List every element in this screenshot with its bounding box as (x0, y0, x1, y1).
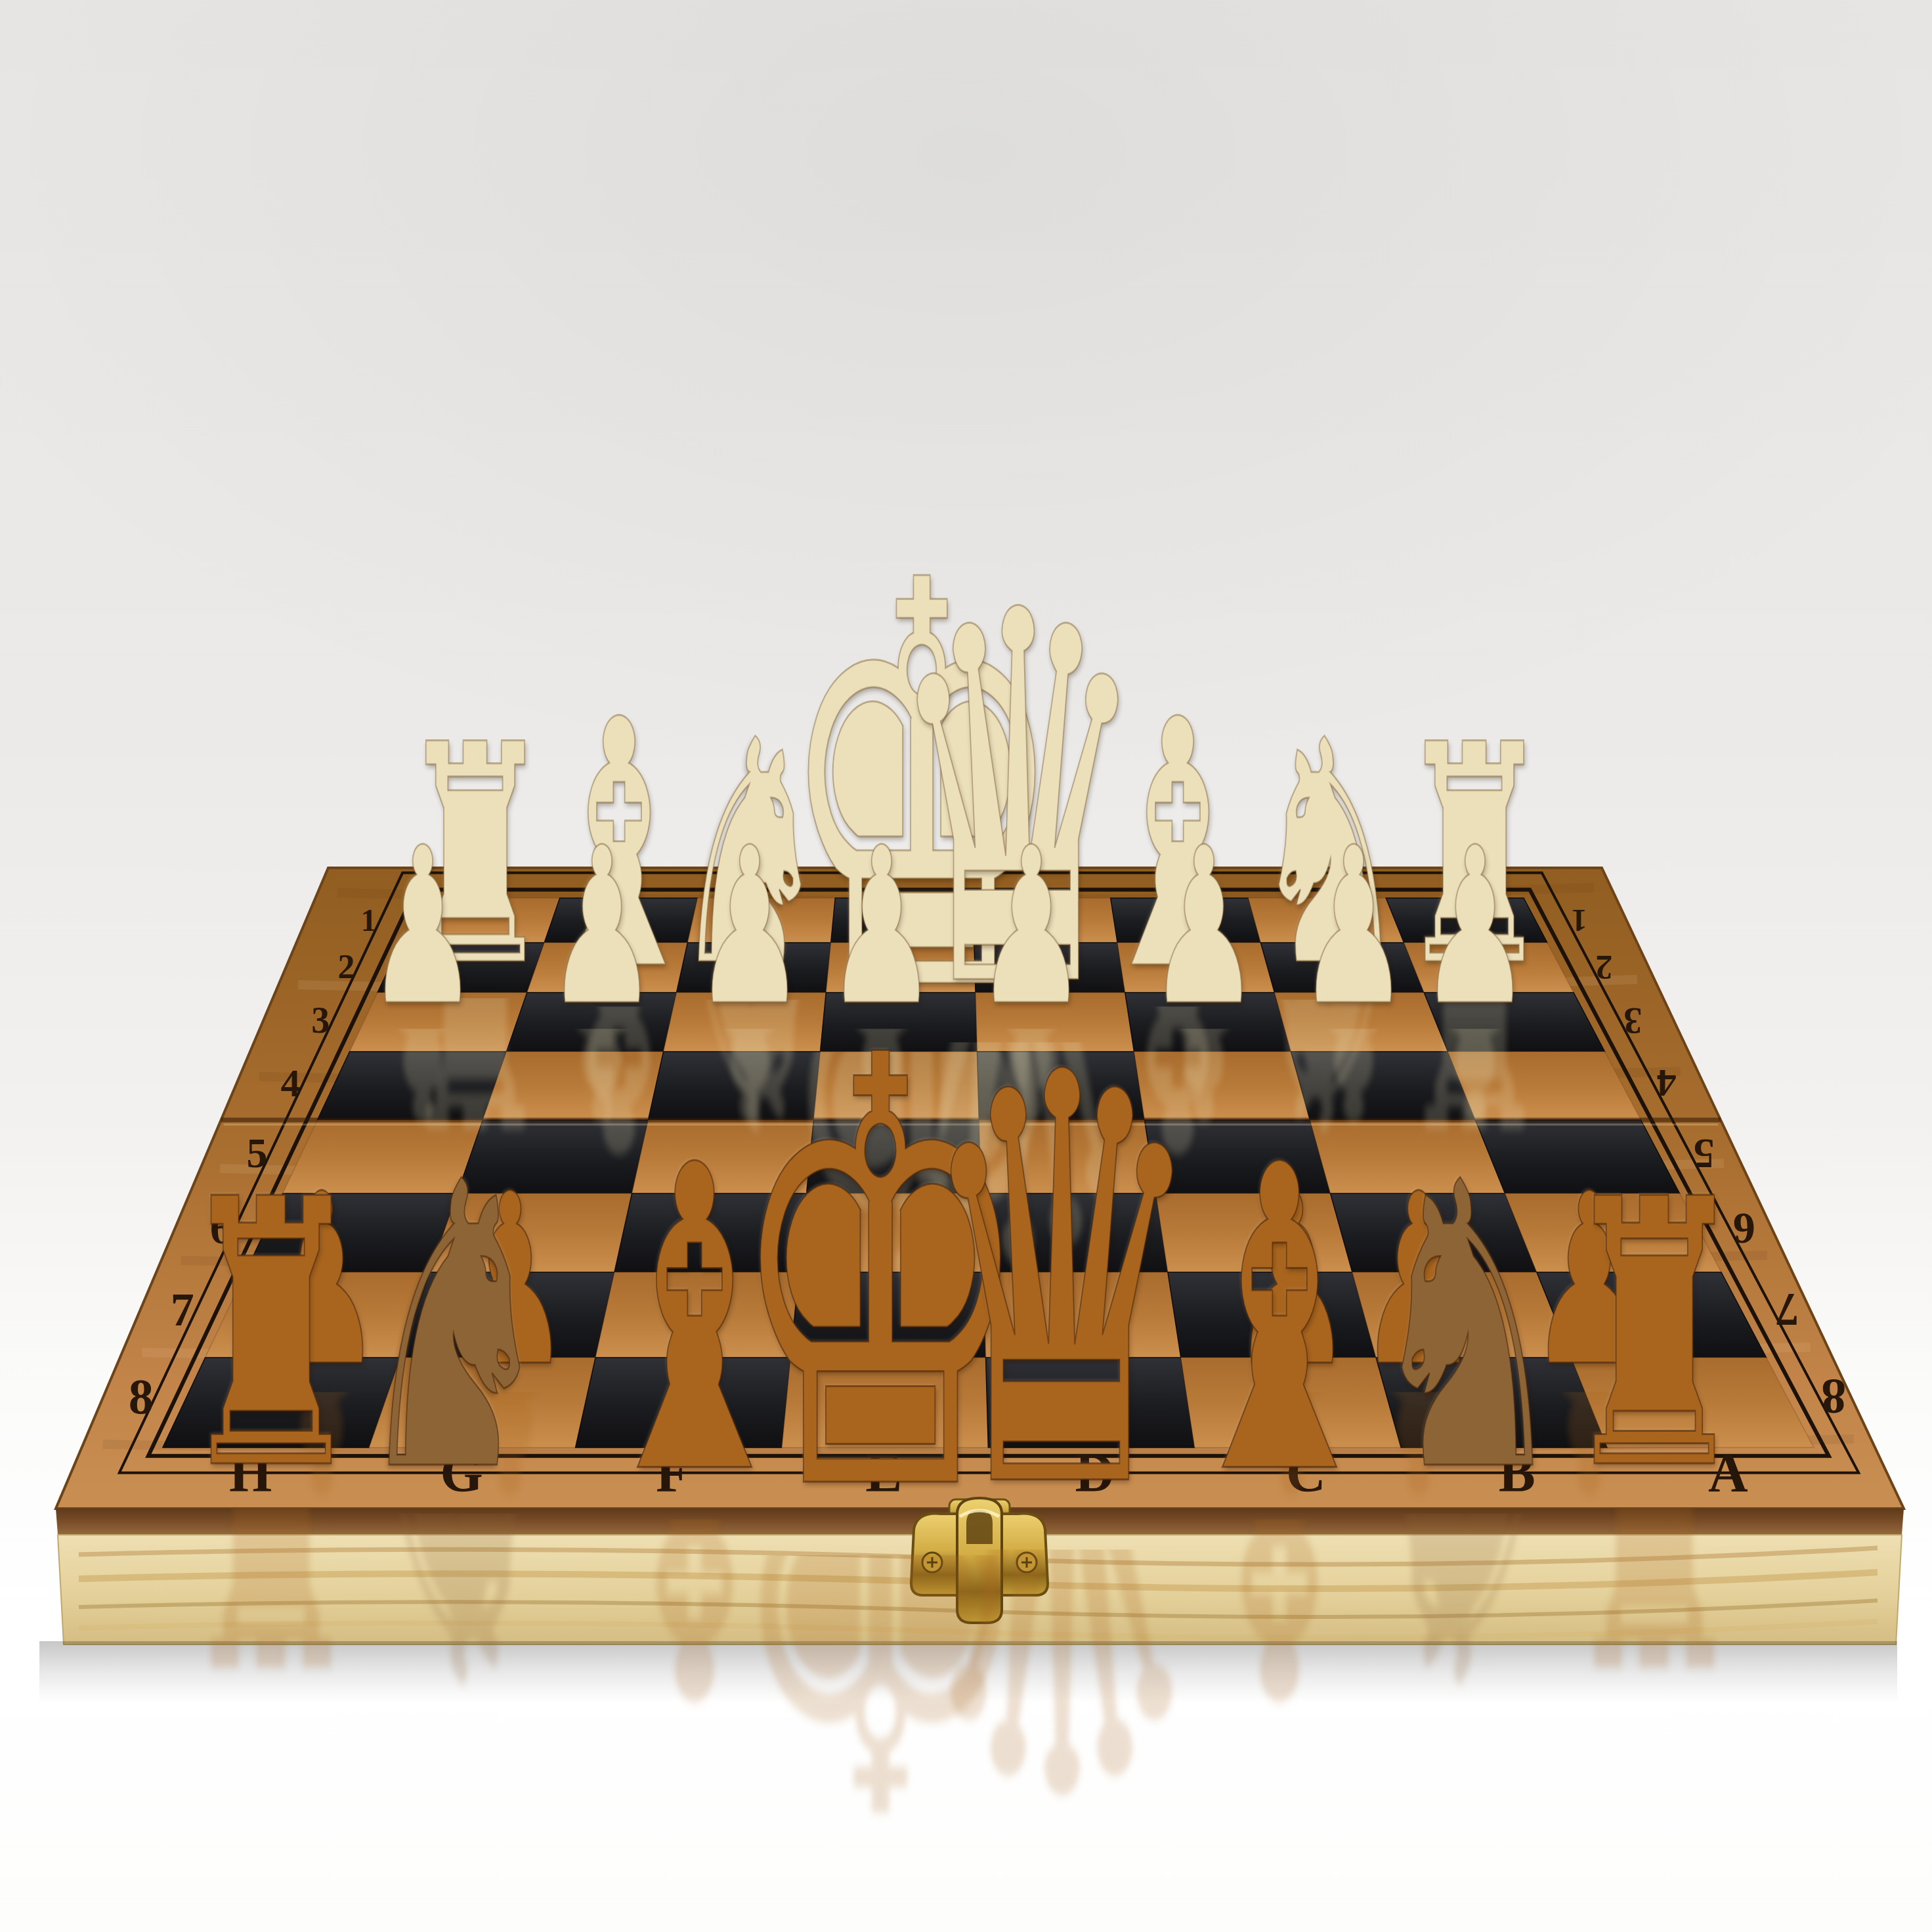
scene: HGFEDCBA1122334455667788 ♜♜♝♝♞♞♚♚♛♛♝♝♞♞♜… (0, 0, 1932, 1932)
piece-brown-queen-d8[interactable]: ♛ (915, 1002, 1209, 1567)
piece-brown-knight-b8[interactable]: ♞ (1365, 1132, 1570, 1526)
piece-brown-knight-g8[interactable]: ♞ (352, 1132, 557, 1526)
rank-label-left-3: 3 (311, 1000, 330, 1041)
piece-brown-rook-h8[interactable]: ♜ (176, 1152, 367, 1520)
rank-label-right-7: 7 (1776, 1283, 1799, 1336)
table-shadow (39, 1641, 1897, 1702)
piece-white-pawn-b2[interactable]: ♟ (1298, 819, 1411, 1036)
piece-brown-rook-a8[interactable]: ♜ (1558, 1152, 1750, 1520)
piece-brown-bishop-c8[interactable]: ♝ (1170, 1112, 1389, 1532)
piece-white-pawn-h2[interactable]: ♟ (367, 819, 480, 1036)
piece-white-pawn-a2[interactable]: ♟ (1419, 819, 1532, 1036)
rank-label-right-4: 4 (1656, 1062, 1676, 1105)
rank-label-right-3: 3 (1623, 1000, 1642, 1041)
rank-label-right-2: 2 (1595, 949, 1612, 986)
rank-label-left-4: 4 (280, 1062, 300, 1105)
rank-label-left-2: 2 (337, 948, 354, 985)
rank-label-right-1: 1 (1571, 903, 1587, 938)
rank-label-left-8: 8 (129, 1369, 154, 1424)
piece-white-pawn-g2[interactable]: ♟ (546, 819, 659, 1036)
rank-label-right-8: 8 (1821, 1369, 1846, 1425)
